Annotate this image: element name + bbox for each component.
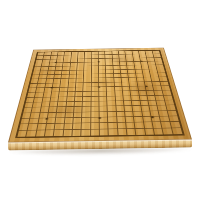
- board-cell: [82, 129, 91, 135]
- board-playing-area: [15, 50, 185, 138]
- board-cell: [91, 129, 100, 135]
- go-board: [0, 0, 200, 200]
- board-cell: [109, 129, 118, 135]
- board-grid: [15, 50, 185, 138]
- board-cell: [72, 129, 81, 135]
- board-top-face: [8, 48, 192, 143]
- photo-background: Empty 19x19 bamboo go board (goban) phot…: [0, 0, 200, 200]
- board-cell: [172, 128, 183, 134]
- board-cell: [100, 129, 109, 135]
